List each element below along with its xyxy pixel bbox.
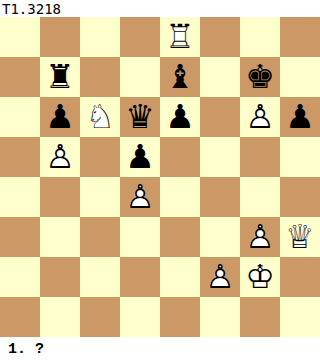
black-pawn[interactable]: ♟: [280, 97, 320, 137]
square-f3[interactable]: [200, 217, 240, 257]
square-g6[interactable]: ♟♙: [240, 97, 280, 137]
square-c2[interactable]: [80, 257, 120, 297]
square-a6[interactable]: [0, 97, 40, 137]
piece-outline-layer: ♙: [200, 257, 240, 297]
square-c3[interactable]: [80, 217, 120, 257]
white-pawn[interactable]: ♟♙: [240, 217, 280, 257]
square-e8[interactable]: ♜♖: [160, 17, 200, 57]
square-c8[interactable]: [80, 17, 120, 57]
square-b3[interactable]: [40, 217, 80, 257]
square-d1[interactable]: [120, 297, 160, 337]
square-b8[interactable]: [40, 17, 80, 57]
square-f2[interactable]: ♟♙: [200, 257, 240, 297]
black-pawn[interactable]: ♟: [120, 137, 160, 177]
square-e2[interactable]: [160, 257, 200, 297]
square-b1[interactable]: [40, 297, 80, 337]
square-g1[interactable]: [240, 297, 280, 337]
chess-board: ♜♖♜♝♚♟♞♘♛♟♟♙♟♟♙♟♟♙♟♙♛♕♟♙♚♔: [0, 17, 320, 337]
white-pawn[interactable]: ♟♙: [120, 177, 160, 217]
square-g2[interactable]: ♚♔: [240, 257, 280, 297]
piece-outline-layer: ♘: [80, 97, 120, 137]
square-f8[interactable]: [200, 17, 240, 57]
black-pawn[interactable]: ♟: [40, 97, 80, 137]
square-a8[interactable]: [0, 17, 40, 57]
puzzle-id-label: T1.3218: [0, 0, 320, 17]
white-queen[interactable]: ♛♕: [280, 217, 320, 257]
square-a3[interactable]: [0, 217, 40, 257]
square-e5[interactable]: [160, 137, 200, 177]
square-g5[interactable]: [240, 137, 280, 177]
black-king[interactable]: ♚: [240, 57, 280, 97]
square-a4[interactable]: [0, 177, 40, 217]
square-b5[interactable]: ♟♙: [40, 137, 80, 177]
square-b2[interactable]: [40, 257, 80, 297]
piece-outline-layer: ♙: [240, 97, 280, 137]
square-h8[interactable]: [280, 17, 320, 57]
square-b6[interactable]: ♟: [40, 97, 80, 137]
square-a7[interactable]: [0, 57, 40, 97]
square-g8[interactable]: [240, 17, 280, 57]
white-pawn[interactable]: ♟♙: [240, 97, 280, 137]
square-d2[interactable]: [120, 257, 160, 297]
square-e1[interactable]: [160, 297, 200, 337]
black-queen[interactable]: ♛: [120, 97, 160, 137]
piece-outline-layer: ♔: [240, 257, 280, 297]
square-c7[interactable]: [80, 57, 120, 97]
white-pawn[interactable]: ♟♙: [40, 137, 80, 177]
square-c6[interactable]: ♞♘: [80, 97, 120, 137]
square-h4[interactable]: [280, 177, 320, 217]
square-f7[interactable]: [200, 57, 240, 97]
piece-outline-layer: ♖: [160, 17, 200, 57]
square-d3[interactable]: [120, 217, 160, 257]
square-e3[interactable]: [160, 217, 200, 257]
chess-puzzle-view: T1.3218 ♜♖♜♝♚♟♞♘♛♟♟♙♟♟♙♟♟♙♟♙♛♕♟♙♚♔ 1. ?: [0, 0, 320, 358]
white-pawn[interactable]: ♟♙: [200, 257, 240, 297]
square-d5[interactable]: ♟: [120, 137, 160, 177]
white-knight[interactable]: ♞♘: [80, 97, 120, 137]
square-f1[interactable]: [200, 297, 240, 337]
square-g4[interactable]: [240, 177, 280, 217]
piece-outline-layer: ♙: [120, 177, 160, 217]
white-rook[interactable]: ♜♖: [160, 17, 200, 57]
square-d6[interactable]: ♛: [120, 97, 160, 137]
piece-outline-layer: ♕: [280, 217, 320, 257]
square-e4[interactable]: [160, 177, 200, 217]
white-king[interactable]: ♚♔: [240, 257, 280, 297]
square-d8[interactable]: [120, 17, 160, 57]
square-c1[interactable]: [80, 297, 120, 337]
square-g7[interactable]: ♚: [240, 57, 280, 97]
square-f4[interactable]: [200, 177, 240, 217]
piece-outline-layer: ♙: [40, 137, 80, 177]
square-h2[interactable]: [280, 257, 320, 297]
black-pawn[interactable]: ♟: [160, 97, 200, 137]
square-h3[interactable]: ♛♕: [280, 217, 320, 257]
square-h7[interactable]: [280, 57, 320, 97]
square-h5[interactable]: [280, 137, 320, 177]
square-a2[interactable]: [0, 257, 40, 297]
square-f5[interactable]: [200, 137, 240, 177]
black-bishop[interactable]: ♝: [160, 57, 200, 97]
square-f6[interactable]: [200, 97, 240, 137]
square-c5[interactable]: [80, 137, 120, 177]
square-d7[interactable]: [120, 57, 160, 97]
square-g3[interactable]: ♟♙: [240, 217, 280, 257]
square-a5[interactable]: [0, 137, 40, 177]
square-a1[interactable]: [0, 297, 40, 337]
square-e7[interactable]: ♝: [160, 57, 200, 97]
square-c4[interactable]: [80, 177, 120, 217]
black-rook[interactable]: ♜: [40, 57, 80, 97]
square-h6[interactable]: ♟: [280, 97, 320, 137]
piece-outline-layer: ♙: [240, 217, 280, 257]
square-h1[interactable]: [280, 297, 320, 337]
square-d4[interactable]: ♟♙: [120, 177, 160, 217]
square-b7[interactable]: ♜: [40, 57, 80, 97]
move-prompt: 1. ?: [0, 337, 320, 358]
square-e6[interactable]: ♟: [160, 97, 200, 137]
square-b4[interactable]: [40, 177, 80, 217]
